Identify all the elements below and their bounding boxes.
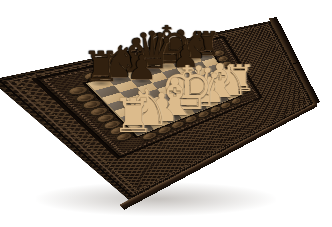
chess-piece-light-rook: ♜ bbox=[112, 93, 154, 136]
chess-piece-dark-rook: ♜ bbox=[82, 49, 119, 87]
product-photo-scene: ♜♞♝♛♚♝♞♜♟♟♜♞♟♝♚♛♟♝♞♜ bbox=[0, 0, 332, 227]
